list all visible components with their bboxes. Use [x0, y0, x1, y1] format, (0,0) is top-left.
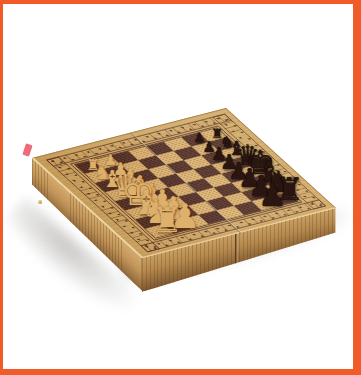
product-photo: ♜♟♟♜♞♟♟♞♝♟♟♝♛♟♟♛♚♟♟♚♝♟♟♝♞♟♟♞♜♟♟♜ [0, 0, 361, 375]
photo-frame-top [0, 0, 361, 4]
side-sticker [22, 143, 32, 157]
clasp-pin-icon [38, 200, 42, 204]
photo-frame-left [0, 0, 3, 375]
photo-frame-bottom [0, 369, 361, 375]
photo-frame-right [353, 0, 361, 375]
